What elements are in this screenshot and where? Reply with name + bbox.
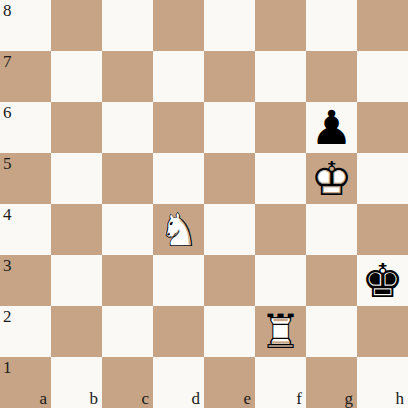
square-d3[interactable] [153,255,204,306]
rank-label-3: 3 [3,257,12,274]
square-e4[interactable] [204,204,255,255]
rank-label-7: 7 [3,53,12,70]
square-h3[interactable]: ♚ [357,255,408,306]
piece-white-king[interactable]: ♚♔ [306,153,357,204]
square-b8[interactable] [51,0,102,51]
piece-white-knight[interactable]: ♞♘ [153,204,204,255]
square-d1[interactable]: d [153,357,204,408]
square-d4[interactable]: ♞♘ [153,204,204,255]
square-b3[interactable] [51,255,102,306]
square-c3[interactable] [102,255,153,306]
square-h4[interactable] [357,204,408,255]
piece-black-pawn[interactable]: ♟ [306,102,357,153]
square-a2[interactable]: 2 [0,306,51,357]
square-b4[interactable] [51,204,102,255]
square-e1[interactable]: e [204,357,255,408]
square-a6[interactable]: 6 [0,102,51,153]
square-c6[interactable] [102,102,153,153]
square-e8[interactable] [204,0,255,51]
square-e5[interactable] [204,153,255,204]
square-h7[interactable] [357,51,408,102]
square-d8[interactable] [153,0,204,51]
square-f1[interactable]: f [255,357,306,408]
square-f8[interactable] [255,0,306,51]
piece-white-rook[interactable]: ♜♖ [255,306,306,357]
square-b1[interactable]: b [51,357,102,408]
square-e6[interactable] [204,102,255,153]
square-f7[interactable] [255,51,306,102]
square-b7[interactable] [51,51,102,102]
square-a4[interactable]: 4 [0,204,51,255]
white-rook-outline: ♖ [255,306,306,357]
file-label-a: a [39,390,47,407]
rank-label-5: 5 [3,155,12,172]
square-g5[interactable]: ♚♔ [306,153,357,204]
square-g7[interactable] [306,51,357,102]
square-h6[interactable] [357,102,408,153]
square-e3[interactable] [204,255,255,306]
square-g8[interactable] [306,0,357,51]
file-label-g: g [345,390,354,407]
square-e2[interactable] [204,306,255,357]
square-f6[interactable] [255,102,306,153]
square-h5[interactable] [357,153,408,204]
square-g2[interactable] [306,306,357,357]
black-king-glyph: ♚ [357,255,408,306]
square-a7[interactable]: 7 [0,51,51,102]
file-label-d: d [192,390,201,407]
square-b6[interactable] [51,102,102,153]
square-c7[interactable] [102,51,153,102]
square-f2[interactable]: ♜♖ [255,306,306,357]
chess-board: 876♟5♚♔4♞♘3♚2♜♖1abcdefgh [0,0,408,408]
rank-label-6: 6 [3,104,12,121]
rank-label-8: 8 [3,2,12,19]
square-c4[interactable] [102,204,153,255]
file-label-c: c [141,390,149,407]
rank-label-2: 2 [3,308,12,325]
black-pawn-glyph: ♟ [306,102,357,153]
square-d7[interactable] [153,51,204,102]
square-g6[interactable]: ♟ [306,102,357,153]
rank-label-4: 4 [3,206,12,223]
file-label-b: b [90,390,99,407]
square-f3[interactable] [255,255,306,306]
square-h1[interactable]: h [357,357,408,408]
white-knight-outline: ♘ [153,204,204,255]
square-c5[interactable] [102,153,153,204]
white-king-outline: ♔ [306,153,357,204]
square-b5[interactable] [51,153,102,204]
square-c2[interactable] [102,306,153,357]
square-a3[interactable]: 3 [0,255,51,306]
square-e7[interactable] [204,51,255,102]
square-f5[interactable] [255,153,306,204]
piece-black-king[interactable]: ♚ [357,255,408,306]
square-b2[interactable] [51,306,102,357]
square-a5[interactable]: 5 [0,153,51,204]
rank-label-1: 1 [3,359,12,376]
file-label-f: f [296,390,302,407]
square-d2[interactable] [153,306,204,357]
square-d5[interactable] [153,153,204,204]
square-g4[interactable] [306,204,357,255]
square-c1[interactable]: c [102,357,153,408]
square-g3[interactable] [306,255,357,306]
square-f4[interactable] [255,204,306,255]
file-label-e: e [243,390,251,407]
square-h8[interactable] [357,0,408,51]
square-a8[interactable]: 8 [0,0,51,51]
square-a1[interactable]: 1a [0,357,51,408]
square-h2[interactable] [357,306,408,357]
square-d6[interactable] [153,102,204,153]
file-label-h: h [396,390,405,407]
square-g1[interactable]: g [306,357,357,408]
square-c8[interactable] [102,0,153,51]
